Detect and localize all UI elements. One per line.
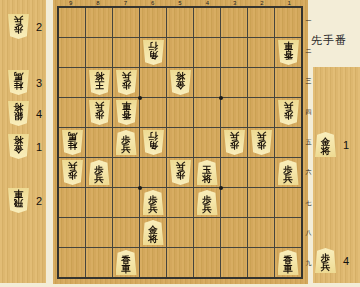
square-8-8[interactable]: [86, 218, 112, 247]
piece-gote-8-4[interactable]: 歩兵: [89, 100, 110, 125]
square-2-1[interactable]: [248, 8, 274, 37]
piece-label: 香車: [121, 255, 131, 275]
square-9-2[interactable]: [59, 38, 85, 67]
star-point: [219, 186, 223, 190]
piece-label: 歩兵: [94, 165, 104, 185]
piece-gote-1-4[interactable]: 歩兵: [278, 100, 299, 125]
square-8-9[interactable]: [86, 248, 112, 277]
piece-sente-1-6[interactable]: 歩兵: [278, 160, 299, 185]
square-4-3[interactable]: [194, 68, 220, 97]
square-4-6[interactable]: 玉将: [194, 158, 220, 187]
piece-label: 歩兵: [121, 70, 131, 90]
piece-label: 歩兵: [283, 165, 293, 185]
square-5-7[interactable]: [167, 188, 193, 217]
piece-label: 飛車: [14, 188, 24, 208]
piece-sente-7-9[interactable]: 香車: [116, 250, 137, 275]
piece-gote-7-3[interactable]: 歩兵: [116, 70, 137, 95]
shogi-app: 歩兵2桂馬3銀将4金将1飛車2 987654321 角行香車王将歩兵金将歩兵香車…: [0, 0, 360, 287]
square-8-5[interactable]: [86, 128, 112, 157]
square-7-1[interactable]: [113, 8, 139, 37]
piece-sente-1-9[interactable]: 香車: [278, 250, 299, 275]
piece-label: 金将: [175, 70, 185, 90]
square-8-3[interactable]: 王将: [86, 68, 112, 97]
hand-count: 1: [36, 141, 42, 153]
square-5-6[interactable]: 歩兵: [167, 158, 193, 187]
rank-label: 九: [305, 249, 312, 279]
piece-label: 銀将: [14, 101, 24, 121]
square-9-8[interactable]: [59, 218, 85, 247]
rank-label: 一: [305, 6, 312, 36]
square-2-3[interactable]: [248, 68, 274, 97]
gote-hand-item[interactable]: 銀将4: [8, 101, 42, 126]
rank-label: 七: [305, 188, 312, 218]
square-2-7[interactable]: [248, 188, 274, 217]
square-1-7[interactable]: [275, 188, 301, 217]
piece-gote-9-5[interactable]: 桂馬: [62, 130, 83, 155]
square-2-2[interactable]: [248, 38, 274, 67]
hand-count: 4: [36, 108, 42, 120]
square-3-1[interactable]: [221, 8, 247, 37]
rank-label: 八: [305, 218, 312, 248]
square-1-2[interactable]: 香車: [275, 38, 301, 67]
hand-piece-gote[interactable]: 歩兵: [8, 14, 29, 39]
square-5-1[interactable]: [167, 8, 193, 37]
piece-label: 桂馬: [67, 130, 77, 150]
piece-label: 桂馬: [14, 70, 24, 90]
hand-piece-gote[interactable]: 飛車: [8, 188, 29, 213]
hand-count: 3: [36, 77, 42, 89]
hand-piece-sente[interactable]: 金将: [315, 132, 336, 157]
square-9-4[interactable]: [59, 98, 85, 127]
square-6-7[interactable]: 歩兵: [140, 188, 166, 217]
square-6-4[interactable]: [140, 98, 166, 127]
sente-hand-item[interactable]: 歩兵4: [315, 248, 349, 273]
piece-gote-6-2[interactable]: 角行: [143, 40, 164, 65]
square-3-8[interactable]: [221, 218, 247, 247]
square-6-8[interactable]: 金将: [140, 218, 166, 247]
rank-label: 五: [305, 127, 312, 157]
square-4-4[interactable]: [194, 98, 220, 127]
square-5-5[interactable]: [167, 128, 193, 157]
piece-label: 歩兵: [121, 135, 131, 155]
square-7-4[interactable]: 香車: [113, 98, 139, 127]
piece-sente-8-6[interactable]: 歩兵: [89, 160, 110, 185]
piece-label: 歩兵: [94, 100, 104, 120]
gote-hand-item[interactable]: 歩兵2: [8, 14, 42, 39]
square-2-5[interactable]: 歩兵: [248, 128, 274, 157]
piece-sente-6-7[interactable]: 歩兵: [143, 190, 164, 215]
piece-label: 王将: [94, 70, 104, 90]
piece-gote-3-5[interactable]: 歩兵: [224, 130, 245, 155]
rank-label: 六: [305, 158, 312, 188]
piece-gote-1-2[interactable]: 香車: [278, 40, 299, 65]
square-9-7[interactable]: [59, 188, 85, 217]
square-4-8[interactable]: [194, 218, 220, 247]
square-6-5[interactable]: 角行: [140, 128, 166, 157]
square-2-4[interactable]: [248, 98, 274, 127]
piece-sente-7-5[interactable]: 歩兵: [116, 130, 137, 155]
square-5-4[interactable]: [167, 98, 193, 127]
square-4-5[interactable]: [194, 128, 220, 157]
piece-gote-5-3[interactable]: 金将: [170, 70, 191, 95]
piece-label: 歩兵: [256, 130, 266, 150]
square-6-3[interactable]: [140, 68, 166, 97]
piece-label: 歩兵: [283, 100, 293, 120]
hand-piece-gote[interactable]: 桂馬: [8, 70, 29, 95]
piece-label: 玉将: [202, 165, 212, 185]
square-4-2[interactable]: [194, 38, 220, 67]
gote-hand-item[interactable]: 金将1: [8, 134, 42, 159]
piece-sente-4-7[interactable]: 歩兵: [197, 190, 218, 215]
piece-sente-4-6[interactable]: 玉将: [197, 160, 218, 185]
gote-hand-item[interactable]: 飛車2: [8, 188, 42, 213]
hand-count: 1: [343, 139, 349, 151]
piece-label: 金将: [321, 137, 331, 157]
piece-label: 歩兵: [175, 160, 185, 180]
piece-label: 歩兵: [321, 253, 331, 273]
hand-count: 2: [36, 195, 42, 207]
sente-komadai: 金将1歩兵4: [313, 67, 360, 283]
square-4-7[interactable]: 歩兵: [194, 188, 220, 217]
square-7-9[interactable]: 香車: [113, 248, 139, 277]
piece-label: 香車: [283, 255, 293, 275]
square-3-4[interactable]: [221, 98, 247, 127]
piece-label: 金将: [148, 225, 158, 245]
star-point: [138, 96, 142, 100]
square-7-2[interactable]: [113, 38, 139, 67]
hand-count: 4: [343, 255, 349, 267]
square-1-8[interactable]: [275, 218, 301, 247]
star-point: [138, 186, 142, 190]
square-3-9[interactable]: [221, 248, 247, 277]
square-5-9[interactable]: [167, 248, 193, 277]
hand-piece-sente[interactable]: 歩兵: [315, 248, 336, 273]
piece-gote-6-5[interactable]: 角行: [143, 130, 164, 155]
square-2-6[interactable]: [248, 158, 274, 187]
square-3-2[interactable]: [221, 38, 247, 67]
piece-label: 金将: [14, 134, 24, 154]
piece-label: 角行: [148, 130, 158, 150]
piece-label: 歩兵: [14, 14, 24, 34]
piece-label: 香車: [283, 40, 293, 60]
shogi-board: 987654321 角行香車王将歩兵金将歩兵香車歩兵桂馬歩兵角行歩兵歩兵歩兵歩兵…: [53, 0, 308, 284]
piece-gote-7-4[interactable]: 香車: [116, 100, 137, 125]
square-2-8[interactable]: [248, 218, 274, 247]
square-1-9[interactable]: 香車: [275, 248, 301, 277]
square-3-3[interactable]: [221, 68, 247, 97]
square-8-6[interactable]: 歩兵: [86, 158, 112, 187]
square-8-4[interactable]: 歩兵: [86, 98, 112, 127]
square-9-1[interactable]: [59, 8, 85, 37]
square-8-1[interactable]: [86, 8, 112, 37]
board-grid: 角行香車王将歩兵金将歩兵香車歩兵桂馬歩兵角行歩兵歩兵歩兵歩兵歩兵玉将歩兵歩兵歩兵…: [57, 6, 303, 279]
square-1-5[interactable]: [275, 128, 301, 157]
piece-label: 歩兵: [148, 195, 158, 215]
sente-hand-item[interactable]: 金将1: [315, 132, 349, 157]
square-1-6[interactable]: 歩兵: [275, 158, 301, 187]
square-9-9[interactable]: [59, 248, 85, 277]
piece-gote-9-6[interactable]: 歩兵: [62, 160, 83, 185]
square-7-8[interactable]: [113, 218, 139, 247]
square-4-9[interactable]: [194, 248, 220, 277]
turn-indicator: 先手番: [311, 33, 347, 48]
piece-label: 歩兵: [67, 160, 77, 180]
square-7-5[interactable]: 歩兵: [113, 128, 139, 157]
square-7-6[interactable]: [113, 158, 139, 187]
square-7-3[interactable]: 歩兵: [113, 68, 139, 97]
square-1-1[interactable]: [275, 8, 301, 37]
square-6-6[interactable]: [140, 158, 166, 187]
square-3-7[interactable]: [221, 188, 247, 217]
piece-gote-8-3[interactable]: 王将: [89, 70, 110, 95]
gote-komadai: 歩兵2桂馬3銀将4金将1飛車2: [0, 0, 46, 283]
piece-gote-2-5[interactable]: 歩兵: [251, 130, 272, 155]
piece-label: 歩兵: [202, 195, 212, 215]
square-9-3[interactable]: [59, 68, 85, 97]
hand-count: 2: [36, 21, 42, 33]
hand-piece-gote[interactable]: 銀将: [8, 101, 29, 126]
rank-label: 四: [305, 97, 312, 127]
piece-label: 角行: [148, 40, 158, 60]
piece-label: 歩兵: [229, 130, 239, 150]
square-3-6[interactable]: [221, 158, 247, 187]
square-6-1[interactable]: [140, 8, 166, 37]
square-6-2[interactable]: 角行: [140, 38, 166, 67]
rank-label: 三: [305, 67, 312, 97]
piece-sente-6-8[interactable]: 金将: [143, 220, 164, 245]
gote-hand-item[interactable]: 桂馬3: [8, 70, 42, 95]
square-3-5[interactable]: 歩兵: [221, 128, 247, 157]
square-9-5[interactable]: 桂馬: [59, 128, 85, 157]
hand-piece-gote[interactable]: 金将: [8, 134, 29, 159]
square-7-7[interactable]: [113, 188, 139, 217]
square-1-4[interactable]: 歩兵: [275, 98, 301, 127]
square-5-3[interactable]: 金将: [167, 68, 193, 97]
square-5-8[interactable]: [167, 218, 193, 247]
square-2-9[interactable]: [248, 248, 274, 277]
square-5-2[interactable]: [167, 38, 193, 67]
star-point: [219, 96, 223, 100]
piece-gote-5-6[interactable]: 歩兵: [170, 160, 191, 185]
square-8-7[interactable]: [86, 188, 112, 217]
square-1-3[interactable]: [275, 68, 301, 97]
square-9-6[interactable]: 歩兵: [59, 158, 85, 187]
square-8-2[interactable]: [86, 38, 112, 67]
piece-label: 香車: [121, 100, 131, 120]
square-4-1[interactable]: [194, 8, 220, 37]
square-6-9[interactable]: [140, 248, 166, 277]
